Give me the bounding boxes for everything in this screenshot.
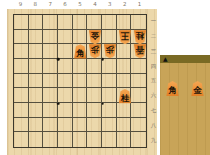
rank-labels: 一二三四五六七八九 <box>149 14 158 148</box>
board-cell[interactable] <box>87 103 102 118</box>
file-label: 2 <box>117 0 132 9</box>
board-cell[interactable] <box>102 74 117 89</box>
file-label: 8 <box>28 0 43 9</box>
file-label: 7 <box>43 0 58 9</box>
board-cell[interactable] <box>117 59 132 74</box>
board-cell[interactable] <box>43 59 58 74</box>
board-cell[interactable] <box>29 30 44 45</box>
board-cell[interactable] <box>73 15 88 30</box>
board-cell[interactable] <box>117 132 132 147</box>
board-cell[interactable] <box>14 74 29 89</box>
rank-label: 八 <box>149 118 158 133</box>
board-cell[interactable] <box>102 103 117 118</box>
board-cell[interactable] <box>14 132 29 147</box>
board-cell[interactable] <box>73 30 88 45</box>
board-cell[interactable] <box>43 88 58 103</box>
board-cell[interactable] <box>29 15 44 30</box>
piece-glyph: 歩 <box>89 44 102 55</box>
file-label: 5 <box>73 0 88 9</box>
board-cell[interactable] <box>87 74 102 89</box>
board-cell[interactable] <box>87 118 102 133</box>
board-cell[interactable] <box>117 44 132 59</box>
board-cell[interactable] <box>43 44 58 59</box>
file-label: 9 <box>13 0 28 9</box>
board-cell[interactable] <box>14 118 29 133</box>
file-label: 3 <box>102 0 117 9</box>
piece-glyph: 桂 <box>133 29 146 40</box>
board-cell[interactable] <box>43 118 58 133</box>
board-cell[interactable] <box>87 88 102 103</box>
board-cell[interactable] <box>43 30 58 45</box>
board-cell[interactable] <box>14 88 29 103</box>
board-cell[interactable] <box>131 88 146 103</box>
piece-glyph: 歩 <box>104 44 117 55</box>
board-cell[interactable] <box>29 103 44 118</box>
piece-glyph: 王 <box>118 29 131 40</box>
board-cell[interactable] <box>131 103 146 118</box>
star-point <box>101 102 104 105</box>
board-cell[interactable] <box>131 118 146 133</box>
board-cell[interactable] <box>73 118 88 133</box>
piece-glyph: 角 <box>74 48 87 59</box>
star-point <box>57 58 60 61</box>
board-cell[interactable] <box>58 118 73 133</box>
board-cell[interactable] <box>58 74 73 89</box>
board-cell[interactable] <box>73 59 88 74</box>
board-cell[interactable] <box>29 44 44 59</box>
board-cell[interactable] <box>102 15 117 30</box>
hand-piece-角[interactable]: 角 <box>166 81 179 96</box>
rank-label: 九 <box>149 133 158 148</box>
board-cell[interactable] <box>117 118 132 133</box>
shogi-diagram: 金王桂角歩歩香桂 987654321 一二三四五六七八九 ▲ 角金 <box>0 0 210 155</box>
board-cell[interactable] <box>102 59 117 74</box>
shogi-board: 金王桂角歩歩香桂 <box>7 9 157 155</box>
board-cell[interactable] <box>102 118 117 133</box>
piece-stand-edge: ▲ <box>160 55 210 63</box>
rank-label: 一 <box>149 14 158 29</box>
board-cell[interactable] <box>29 59 44 74</box>
board-cell[interactable] <box>29 118 44 133</box>
board-cell[interactable] <box>87 59 102 74</box>
piece-stand: ▲ 角金 <box>160 55 210 155</box>
piece-glyph: 角 <box>166 85 179 96</box>
piece-glyph: 金 <box>191 85 204 96</box>
rank-label: 二 <box>149 29 158 44</box>
rank-label: 六 <box>149 88 158 103</box>
board-cell[interactable] <box>73 88 88 103</box>
board-cell[interactable] <box>131 59 146 74</box>
board-cell[interactable] <box>14 103 29 118</box>
board-cell[interactable] <box>43 74 58 89</box>
board-cell[interactable] <box>87 15 102 30</box>
rank-label: 七 <box>149 103 158 118</box>
file-labels: 987654321 <box>13 0 147 9</box>
file-label: 6 <box>58 0 73 9</box>
board-cell[interactable] <box>43 132 58 147</box>
rank-label: 三 <box>149 44 158 59</box>
board-cell[interactable] <box>29 74 44 89</box>
board-cell[interactable] <box>58 88 73 103</box>
piece-glyph: 金 <box>89 29 102 40</box>
board-cell[interactable] <box>73 74 88 89</box>
board-cell[interactable] <box>58 30 73 45</box>
piece-glyph: 桂 <box>118 92 131 103</box>
board-cell[interactable] <box>14 15 29 30</box>
board-cell[interactable] <box>58 15 73 30</box>
board-cell[interactable] <box>58 44 73 59</box>
star-point <box>57 102 60 105</box>
board-cell[interactable] <box>102 30 117 45</box>
rank-label: 四 <box>149 59 158 74</box>
pieces-in-hand: 角金 <box>160 81 210 96</box>
board-cell[interactable] <box>131 74 146 89</box>
board-grid: 金王桂角歩歩香桂 <box>13 14 147 148</box>
board-cell[interactable] <box>117 103 132 118</box>
board-cell[interactable] <box>29 88 44 103</box>
board-cell[interactable] <box>73 103 88 118</box>
piece-stand-surface: 角金 <box>160 63 210 155</box>
board-cell[interactable] <box>102 132 117 147</box>
sente-turn-indicator: ▲ <box>163 55 168 63</box>
board-cell[interactable] <box>131 132 146 147</box>
board-cell[interactable] <box>14 30 29 45</box>
board-cell[interactable] <box>131 15 146 30</box>
board-cell[interactable] <box>73 132 88 147</box>
board-cell[interactable] <box>43 15 58 30</box>
board-cell[interactable] <box>14 44 29 59</box>
star-point <box>101 58 104 61</box>
board-cell[interactable] <box>58 59 73 74</box>
hand-piece-金[interactable]: 金 <box>191 81 204 96</box>
rank-label: 五 <box>149 74 158 89</box>
board-cell[interactable] <box>29 132 44 147</box>
file-label: 4 <box>87 0 102 9</box>
board-cell[interactable] <box>87 132 102 147</box>
board-cell[interactable] <box>117 15 132 30</box>
board-cell[interactable] <box>58 132 73 147</box>
board-cell[interactable] <box>43 103 58 118</box>
board-cell[interactable] <box>58 103 73 118</box>
board-cell[interactable] <box>14 59 29 74</box>
board-cell[interactable] <box>102 88 117 103</box>
board-cell[interactable] <box>117 74 132 89</box>
file-label: 1 <box>132 0 147 9</box>
